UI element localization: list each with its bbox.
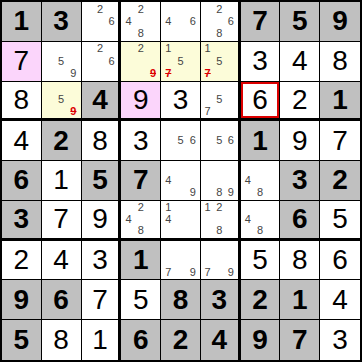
pencil-mark: 5 bbox=[213, 94, 225, 106]
pencil-marks: 57 bbox=[202, 83, 237, 118]
cell-r2c7[interactable]: 3 bbox=[241, 42, 281, 82]
pencil-marks: 79 bbox=[162, 242, 199, 279]
pencil-mark: 2 bbox=[135, 3, 147, 15]
pencil-mark: 6 bbox=[187, 15, 199, 27]
cell-r4c7[interactable]: 1 bbox=[241, 121, 281, 161]
cell-r8c9[interactable]: 4 bbox=[320, 280, 360, 320]
cell-r2c6[interactable]: 157 bbox=[201, 42, 241, 82]
pencil-mark: 7 bbox=[202, 106, 214, 118]
solved-digit: 3 bbox=[173, 86, 189, 114]
solved-digit: 8 bbox=[53, 326, 69, 354]
cell-r7c7[interactable]: 5 bbox=[241, 241, 281, 281]
cell-r9c2[interactable]: 8 bbox=[42, 320, 82, 360]
cell-r6c2[interactable]: 7 bbox=[42, 201, 82, 241]
pencil-mark: 6 bbox=[106, 55, 118, 67]
solved-digit: 3 bbox=[133, 127, 149, 155]
pencil-marks: 29 bbox=[122, 43, 159, 80]
pencil-mark: 4 bbox=[242, 213, 254, 225]
cell-r6c8[interactable]: 6 bbox=[280, 201, 320, 241]
given-digit: 2 bbox=[53, 127, 69, 155]
cell-r9c8[interactable]: 7 bbox=[280, 320, 320, 360]
pencil-marks: 89 bbox=[202, 162, 237, 199]
solved-digit: 1 bbox=[53, 166, 69, 194]
pencil-mark: 1 bbox=[202, 43, 214, 55]
cell-r7c1[interactable]: 2 bbox=[2, 241, 42, 281]
given-digit: 7 bbox=[133, 166, 149, 194]
solved-digit: 5 bbox=[332, 205, 348, 233]
solved-digit: 9 bbox=[92, 205, 108, 233]
pencil-mark: 4 bbox=[162, 174, 174, 186]
solved-digit: 4 bbox=[292, 47, 308, 75]
pencil-marks: 59 bbox=[43, 43, 80, 80]
solved-digit: 8 bbox=[292, 246, 308, 274]
solved-digit: 9 bbox=[133, 86, 149, 114]
given-digit: 5 bbox=[14, 326, 30, 354]
solved-digit: 4 bbox=[14, 127, 30, 155]
pencil-mark: 7 bbox=[202, 266, 214, 278]
cell-r5c9[interactable]: 2 bbox=[320, 161, 360, 201]
pencil-mark-struck: 9 bbox=[147, 67, 159, 79]
cell-r8c6[interactable]: 3 bbox=[201, 280, 241, 320]
cell-r7c9[interactable]: 6 bbox=[320, 241, 360, 281]
cell-r5c4[interactable]: 7 bbox=[121, 161, 161, 201]
given-digit: 1 bbox=[292, 286, 308, 314]
given-digit: 7 bbox=[292, 326, 308, 354]
cell-r4c9[interactable]: 7 bbox=[320, 121, 360, 161]
pencil-marks: 248 bbox=[122, 3, 159, 40]
pencil-mark: 2 bbox=[213, 3, 225, 15]
cell-r7c8[interactable]: 8 bbox=[280, 241, 320, 281]
cell-r9c4[interactable]: 6 bbox=[121, 320, 161, 360]
given-digit: 6 bbox=[133, 326, 149, 354]
cell-r5c6[interactable]: 89 bbox=[201, 161, 241, 201]
given-digit: 2 bbox=[252, 286, 268, 314]
solved-digit: 4 bbox=[332, 286, 348, 314]
solved-digit: 3 bbox=[92, 246, 108, 274]
pencil-mark: 1 bbox=[202, 202, 214, 214]
solved-digit: 3 bbox=[332, 326, 348, 354]
cell-r2c3[interactable]: 26 bbox=[82, 42, 122, 82]
solved-digit: 7 bbox=[332, 127, 348, 155]
cell-r7c3[interactable]: 3 bbox=[82, 241, 122, 281]
given-digit: 3 bbox=[14, 205, 30, 233]
cell-r1c4[interactable]: 248 bbox=[121, 2, 161, 42]
cell-r7c6[interactable]: 79 bbox=[201, 241, 241, 281]
cell-r5c2[interactable]: 1 bbox=[42, 161, 82, 201]
cell-r9c5[interactable]: 2 bbox=[161, 320, 201, 360]
pencil-marks: 59 bbox=[43, 83, 80, 118]
pencil-mark: 9 bbox=[225, 187, 237, 199]
solved-digit: 1 bbox=[92, 326, 108, 354]
solved-digit: 4 bbox=[53, 246, 69, 274]
solved-digit: 8 bbox=[92, 127, 108, 155]
pencil-mark: 2 bbox=[94, 43, 106, 55]
pencil-mark: 6 bbox=[187, 135, 199, 147]
solved-digit: 3 bbox=[252, 47, 268, 75]
given-digit: 6 bbox=[292, 205, 308, 233]
given-digit: 2 bbox=[173, 326, 189, 354]
pencil-marks: 26 bbox=[83, 3, 118, 40]
pencil-mark: 5 bbox=[55, 55, 67, 67]
solved-digit: 5 bbox=[252, 246, 268, 274]
solved-digit: 8 bbox=[14, 86, 30, 114]
pencil-mark: 2 bbox=[213, 202, 225, 214]
cell-r8c3[interactable]: 7 bbox=[82, 280, 122, 320]
pencil-marks: 48 bbox=[242, 162, 279, 199]
given-digit: 5 bbox=[292, 7, 308, 35]
pencil-mark: 2 bbox=[94, 3, 106, 15]
pencil-mark: 5 bbox=[174, 55, 186, 67]
pencil-mark: 2 bbox=[135, 43, 147, 55]
cell-r3c9[interactable]: 1 bbox=[320, 82, 360, 122]
solved-digit: 2 bbox=[14, 246, 30, 274]
pencil-mark: 9 bbox=[187, 187, 199, 199]
cell-r9c9[interactable]: 3 bbox=[320, 320, 360, 360]
solved-digit: 8 bbox=[332, 47, 348, 75]
solved-digit: 6 bbox=[332, 246, 348, 274]
cell-r6c4[interactable]: 248 bbox=[121, 201, 161, 241]
pencil-marks: 248 bbox=[122, 202, 159, 237]
pencil-marks: 26 bbox=[83, 43, 118, 80]
cell-r5c8[interactable]: 3 bbox=[280, 161, 320, 201]
cell-r1c8[interactable]: 5 bbox=[280, 2, 320, 42]
cell-r4c2[interactable]: 2 bbox=[42, 121, 82, 161]
pencil-mark: 5 bbox=[55, 94, 67, 106]
solved-digit: 2 bbox=[292, 86, 308, 114]
cell-r1c6[interactable]: 268 bbox=[201, 2, 241, 42]
given-digit: 9 bbox=[332, 7, 348, 35]
given-digit: 3 bbox=[53, 7, 69, 35]
pencil-mark-struck: 7 bbox=[202, 67, 214, 79]
pencil-mark: 8 bbox=[213, 225, 225, 237]
pencil-mark: 6 bbox=[225, 135, 237, 147]
cell-r8c5[interactable]: 8 bbox=[161, 280, 201, 320]
cell-r2c2[interactable]: 59 bbox=[42, 42, 82, 82]
cell-r6c9[interactable]: 5 bbox=[320, 201, 360, 241]
cell-r3c1[interactable]: 8 bbox=[2, 82, 42, 122]
pencil-marks: 157 bbox=[202, 43, 237, 80]
cell-r5c1[interactable]: 6 bbox=[2, 161, 42, 201]
pencil-marks: 48 bbox=[242, 202, 279, 237]
pencil-marks: 56 bbox=[202, 122, 237, 159]
cell-r4c5[interactable]: 56 bbox=[161, 121, 201, 161]
given-digit: 9 bbox=[252, 326, 268, 354]
solved-digit: 7 bbox=[14, 47, 30, 75]
cell-r2c8[interactable]: 4 bbox=[280, 42, 320, 82]
pencil-mark: 9 bbox=[67, 67, 79, 79]
given-digit: 6 bbox=[14, 166, 30, 194]
cell-r6c1[interactable]: 3 bbox=[2, 201, 42, 241]
cell-r8c7[interactable]: 2 bbox=[241, 280, 281, 320]
cell-r7c5[interactable]: 79 bbox=[161, 241, 201, 281]
cell-r3c4[interactable]: 9 bbox=[121, 82, 161, 122]
pencil-mark: 5 bbox=[213, 135, 225, 147]
cell-r3c6[interactable]: 57 bbox=[201, 82, 241, 122]
cell-r4c4[interactable]: 3 bbox=[121, 121, 161, 161]
cell-r9c1[interactable]: 5 bbox=[2, 320, 42, 360]
given-digit: 1 bbox=[14, 7, 30, 35]
pencil-mark: 8 bbox=[135, 28, 147, 40]
given-digit: 9 bbox=[14, 286, 30, 314]
cell-r9c6[interactable]: 4 bbox=[201, 320, 241, 360]
cell-r3c2[interactable]: 59 bbox=[42, 82, 82, 122]
pencil-mark-struck: 7 bbox=[162, 67, 174, 79]
pencil-marks: 56 bbox=[162, 122, 199, 159]
cell-r8c2[interactable]: 6 bbox=[42, 280, 82, 320]
pencil-marks: 157 bbox=[162, 43, 199, 80]
sudoku-board: 1326248462687597592629157157348859493576… bbox=[0, 0, 362, 362]
given-digit: 1 bbox=[332, 86, 348, 114]
given-digit: 7 bbox=[252, 7, 268, 35]
pencil-mark: 7 bbox=[162, 266, 174, 278]
pencil-mark: 8 bbox=[213, 187, 225, 199]
given-digit: 5 bbox=[92, 166, 108, 194]
cell-r5c7[interactable]: 48 bbox=[241, 161, 281, 201]
given-digit: 1 bbox=[252, 127, 268, 155]
pencil-mark: 8 bbox=[213, 28, 225, 40]
cell-r1c5[interactable]: 46 bbox=[161, 2, 201, 42]
cell-r3c5[interactable]: 3 bbox=[161, 82, 201, 122]
pencil-mark: 4 bbox=[162, 15, 174, 27]
solved-digit: 6 bbox=[252, 86, 268, 114]
pencil-mark: 5 bbox=[213, 55, 225, 67]
cell-r6c3[interactable]: 9 bbox=[82, 201, 122, 241]
pencil-marks: 128 bbox=[202, 202, 237, 237]
pencil-marks: 268 bbox=[202, 3, 237, 40]
cell-r2c9[interactable]: 8 bbox=[320, 42, 360, 82]
cell-r6c7[interactable]: 48 bbox=[241, 201, 281, 241]
cell-r2c1[interactable]: 7 bbox=[2, 42, 42, 82]
cell-r1c3[interactable]: 26 bbox=[82, 2, 122, 42]
cell-r4c1[interactable]: 4 bbox=[2, 121, 42, 161]
solved-digit: 7 bbox=[53, 205, 69, 233]
cell-r4c8[interactable]: 9 bbox=[280, 121, 320, 161]
pencil-mark: 6 bbox=[225, 15, 237, 27]
cell-r8c1[interactable]: 9 bbox=[2, 280, 42, 320]
given-digit: 4 bbox=[211, 326, 227, 354]
solved-digit: 5 bbox=[133, 286, 149, 314]
pencil-marks: 46 bbox=[162, 3, 199, 40]
cell-r2c5[interactable]: 157 bbox=[161, 42, 201, 82]
cell-r7c4[interactable]: 1 bbox=[121, 241, 161, 281]
pencil-marks: 14 bbox=[162, 202, 199, 237]
cell-r4c3[interactable]: 8 bbox=[82, 121, 122, 161]
pencil-mark: 9 bbox=[225, 266, 237, 278]
pencil-mark: 8 bbox=[135, 225, 147, 237]
given-digit: 4 bbox=[92, 86, 108, 114]
given-digit: 3 bbox=[292, 166, 308, 194]
pencil-mark: 4 bbox=[122, 213, 134, 225]
cell-r1c1[interactable]: 1 bbox=[2, 2, 42, 42]
cell-r5c3[interactable]: 5 bbox=[82, 161, 122, 201]
pencil-mark: 1 bbox=[162, 202, 174, 214]
given-digit: 3 bbox=[211, 286, 227, 314]
pencil-mark: 1 bbox=[162, 43, 174, 55]
cell-r3c8[interactable]: 2 bbox=[280, 82, 320, 122]
given-digit: 1 bbox=[133, 246, 149, 274]
pencil-mark: 5 bbox=[174, 135, 186, 147]
pencil-marks: 49 bbox=[162, 162, 199, 199]
cell-r9c7[interactable]: 9 bbox=[241, 320, 281, 360]
pencil-mark: 9 bbox=[187, 266, 199, 278]
cell-r5c5[interactable]: 49 bbox=[161, 161, 201, 201]
pencil-mark: 4 bbox=[122, 15, 134, 27]
cell-r6c6[interactable]: 128 bbox=[201, 201, 241, 241]
pencil-mark: 6 bbox=[106, 15, 118, 27]
cell-r8c4[interactable]: 5 bbox=[121, 280, 161, 320]
pencil-mark: 4 bbox=[242, 174, 254, 186]
pencil-mark: 2 bbox=[135, 202, 147, 214]
given-digit: 6 bbox=[53, 286, 69, 314]
cell-r3c3[interactable]: 4 bbox=[82, 82, 122, 122]
cell-r1c9[interactable]: 9 bbox=[320, 2, 360, 42]
cell-r7c2[interactable]: 4 bbox=[42, 241, 82, 281]
solved-digit: 9 bbox=[292, 127, 308, 155]
pencil-mark: 4 bbox=[162, 213, 174, 225]
pencil-marks: 79 bbox=[202, 242, 237, 279]
cell-r2c4[interactable]: 29 bbox=[121, 42, 161, 82]
pencil-mark-struck: 9 bbox=[67, 106, 79, 118]
pencil-mark: 8 bbox=[254, 187, 266, 199]
given-digit: 8 bbox=[173, 286, 189, 314]
pencil-mark: 8 bbox=[254, 225, 266, 237]
given-digit: 2 bbox=[332, 166, 348, 194]
cell-r3c7[interactable]: 6 bbox=[241, 82, 281, 122]
cell-r1c2[interactable]: 3 bbox=[42, 2, 82, 42]
cell-r1c7[interactable]: 7 bbox=[241, 2, 281, 42]
cell-r6c5[interactable]: 14 bbox=[161, 201, 201, 241]
cell-r8c8[interactable]: 1 bbox=[280, 280, 320, 320]
cell-r4c6[interactable]: 56 bbox=[201, 121, 241, 161]
cell-r9c3[interactable]: 1 bbox=[82, 320, 122, 360]
solved-digit: 7 bbox=[92, 286, 108, 314]
